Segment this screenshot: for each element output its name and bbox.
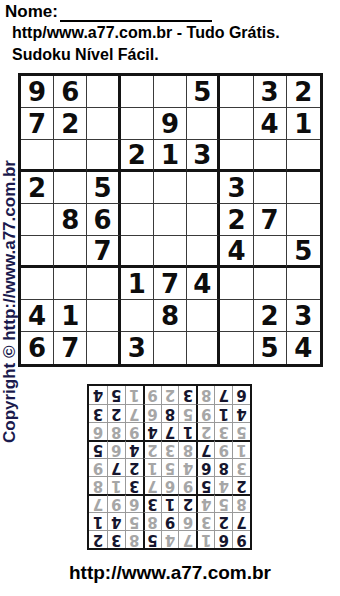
puzzle-cell-r3c9[interactable]: [287, 140, 320, 172]
puzzle-cell-r9c5[interactable]: [154, 332, 187, 364]
solution-cell-r9c1: 6: [232, 386, 250, 404]
puzzle-cell-r3c7[interactable]: [220, 140, 253, 172]
solution-cell-r3c6: 3: [143, 494, 161, 512]
solution-cell-r6c7: 4: [125, 440, 143, 458]
solution-cell-r9c7: 1: [125, 386, 143, 404]
puzzle-cell-r1c8[interactable]: 3: [254, 76, 287, 108]
puzzle-title: Sudoku Nível Fácil.: [12, 46, 159, 64]
puzzle-cell-r9c3[interactable]: [87, 332, 120, 364]
puzzle-cell-r2c3[interactable]: [87, 108, 120, 140]
solution-cell-r6c2: 9: [214, 440, 232, 458]
puzzle-cell-r9c1[interactable]: 6: [21, 332, 54, 364]
puzzle-cell-r9c2[interactable]: 7: [54, 332, 87, 364]
solution-cell-r7c8: 8: [107, 422, 125, 440]
solution-cell-r4c3: 5: [196, 476, 214, 494]
solution-cell-r4c5: 6: [161, 476, 179, 494]
solution-cell-r8c6: 6: [143, 404, 161, 422]
solution-cell-r6c4: 8: [178, 440, 196, 458]
solution-cell-r1c7: 8: [125, 530, 143, 548]
solution-cell-r6c6: 2: [143, 440, 161, 458]
solution-cell-r2c3: 3: [196, 512, 214, 530]
solution-cell-r4c6: 7: [143, 476, 161, 494]
solution-cell-r9c9: 4: [89, 386, 107, 404]
solution-cell-r5c1: 3: [232, 458, 250, 476]
puzzle-cell-r5c9[interactable]: [287, 204, 320, 236]
puzzle-cell-r5c5[interactable]: [154, 204, 187, 236]
solution-cell-r3c3: 4: [196, 494, 214, 512]
puzzle-cell-r8c7[interactable]: [220, 300, 253, 332]
puzzle-cell-r4c6[interactable]: [187, 172, 220, 204]
puzzle-cell-r7c8[interactable]: [254, 268, 287, 300]
puzzle-cell-r5c3[interactable]: 6: [87, 204, 120, 236]
puzzle-cell-r1c2[interactable]: 6: [54, 76, 87, 108]
puzzle-cell-r1c6[interactable]: 5: [187, 76, 220, 108]
puzzle-cell-r4c4[interactable]: [121, 172, 154, 204]
puzzle-cell-r8c4[interactable]: [121, 300, 154, 332]
puzzle-cell-r5c4[interactable]: [121, 204, 154, 236]
puzzle-cell-r8c6[interactable]: [187, 300, 220, 332]
solution-cell-r6c5: 3: [161, 440, 179, 458]
puzzle-cell-r1c5[interactable]: [154, 76, 187, 108]
puzzle-cell-r5c8[interactable]: 7: [254, 204, 287, 236]
solution-cell-r5c5: 5: [161, 458, 179, 476]
name-row: Nome:: [5, 2, 212, 22]
puzzle-cell-r2c5[interactable]: 9: [154, 108, 187, 140]
copyright-vertical-text: Copyright © http://www.a77.com.br: [1, 160, 19, 443]
puzzle-cell-r4c1[interactable]: 2: [21, 172, 54, 204]
solution-cell-r9c2: 7: [214, 386, 232, 404]
puzzle-cell-r7c5[interactable]: 7: [154, 268, 187, 300]
puzzle-cell-r3c6[interactable]: 3: [187, 140, 220, 172]
puzzle-cell-r3c3[interactable]: [87, 140, 120, 172]
solution-cell-r4c4: 9: [178, 476, 196, 494]
solution-cell-r3c5: 1: [161, 494, 179, 512]
solution-cell-r2c9: 1: [89, 512, 107, 530]
puzzle-cell-r3c8[interactable]: [254, 140, 287, 172]
solution-cell-r8c3: 9: [196, 404, 214, 422]
solution-cell-r8c8: 2: [107, 404, 125, 422]
puzzle-cell-r1c3[interactable]: [87, 76, 120, 108]
puzzle-cell-r9c9[interactable]: 4: [287, 332, 320, 364]
solution-cell-r8c5: 8: [161, 404, 179, 422]
puzzle-cell-r7c1[interactable]: [21, 268, 54, 300]
solution-cell-r3c9: 7: [89, 494, 107, 512]
solution-cell-r3c2: 5: [214, 494, 232, 512]
puzzle-cell-r2c9[interactable]: 1: [287, 108, 320, 140]
puzzle-cell-r6c4[interactable]: [121, 236, 154, 268]
solution-cell-r5c6: 1: [143, 458, 161, 476]
puzzle-cell-r6c3[interactable]: 7: [87, 236, 120, 268]
solution-cell-r1c1: 9: [232, 530, 250, 548]
puzzle-cell-r9c6[interactable]: [187, 332, 220, 364]
puzzle-cell-r3c4[interactable]: 2: [121, 140, 154, 172]
puzzle-cell-r7c6[interactable]: 4: [187, 268, 220, 300]
puzzle-cell-r2c7[interactable]: [220, 108, 253, 140]
solution-cell-r5c2: 8: [214, 458, 232, 476]
solution-cell-r8c4: 5: [178, 404, 196, 422]
solution-cell-r4c9: 8: [89, 476, 107, 494]
solution-cell-r7c1: 5: [232, 422, 250, 440]
puzzle-cell-r4c7[interactable]: 3: [220, 172, 253, 204]
solution-cell-r1c6: 5: [143, 530, 161, 548]
solution-cell-r9c4: 3: [178, 386, 196, 404]
solution-cell-r5c9: 9: [89, 458, 107, 476]
puzzle-cell-r9c8[interactable]: 5: [254, 332, 287, 364]
main-sudoku-grid: 965327294121325386277451744182367354: [18, 73, 323, 367]
solution-cell-r2c2: 2: [214, 512, 232, 530]
solution-cell-r2c5: 9: [161, 512, 179, 530]
puzzle-cell-r7c9[interactable]: [287, 268, 320, 300]
puzzle-cell-r8c9[interactable]: 3: [287, 300, 320, 332]
puzzle-cell-r6c1[interactable]: [21, 236, 54, 268]
solution-cell-r7c2: 3: [214, 422, 232, 440]
puzzle-cell-r8c8[interactable]: 2: [254, 300, 287, 332]
solution-cell-r8c1: 4: [232, 404, 250, 422]
puzzle-cell-r7c7[interactable]: [220, 268, 253, 300]
solution-cell-r4c8: 1: [107, 476, 125, 494]
solution-cell-r9c8: 5: [107, 386, 125, 404]
solution-cell-r2c4: 6: [178, 512, 196, 530]
solution-cell-r2c6: 8: [143, 512, 161, 530]
solution-cell-r8c2: 1: [214, 404, 232, 422]
puzzle-cell-r5c2[interactable]: 8: [54, 204, 87, 236]
solution-cell-r4c7: 3: [125, 476, 143, 494]
solution-cell-r8c7: 7: [125, 404, 143, 422]
solution-cell-r1c3: 1: [196, 530, 214, 548]
solution-cell-r9c6: 9: [143, 386, 161, 404]
puzzle-cell-r4c5[interactable]: [154, 172, 187, 204]
solution-cell-r1c9: 2: [89, 530, 107, 548]
solution-cell-r7c9: 6: [89, 422, 107, 440]
solution-cell-r9c5: 2: [161, 386, 179, 404]
puzzle-cell-r8c3[interactable]: [87, 300, 120, 332]
puzzle-cell-r6c6[interactable]: [187, 236, 220, 268]
site-title: http/www.a77.com.br - Tudo Grátis.: [12, 24, 280, 42]
solution-cell-r6c1: 1: [232, 440, 250, 458]
solution-cell-r1c4: 7: [178, 530, 196, 548]
puzzle-cell-r2c4[interactable]: [121, 108, 154, 140]
puzzle-cell-r4c8[interactable]: [254, 172, 287, 204]
solution-cell-r1c8: 3: [107, 530, 125, 548]
solution-cell-r1c5: 4: [161, 530, 179, 548]
puzzle-cell-r6c7[interactable]: 4: [220, 236, 253, 268]
puzzle-cell-r5c1[interactable]: [21, 204, 54, 236]
solution-cell-r3c7: 6: [125, 494, 143, 512]
puzzle-cell-r4c9[interactable]: [287, 172, 320, 204]
puzzle-cell-r7c3[interactable]: [87, 268, 120, 300]
puzzle-cell-r9c4[interactable]: 3: [121, 332, 154, 364]
name-label: Nome:: [5, 2, 58, 22]
solution-cell-r1c2: 6: [214, 530, 232, 548]
solution-cell-r3c1: 8: [232, 494, 250, 512]
solution-cell-r5c7: 2: [125, 458, 143, 476]
puzzle-cell-r8c1[interactable]: 4: [21, 300, 54, 332]
footer-url: http://www.a77.com.br: [0, 562, 340, 584]
solution-cell-r7c5: 7: [161, 422, 179, 440]
puzzle-cell-r1c7[interactable]: [220, 76, 253, 108]
puzzle-cell-r2c8[interactable]: 4: [254, 108, 287, 140]
puzzle-cell-r8c2[interactable]: 1: [54, 300, 87, 332]
puzzle-cell-r7c2[interactable]: [54, 268, 87, 300]
puzzle-cell-r8c5[interactable]: 8: [154, 300, 187, 332]
puzzle-cell-r6c2[interactable]: [54, 236, 87, 268]
solution-cell-r2c8: 4: [107, 512, 125, 530]
solution-cell-r2c7: 5: [125, 512, 143, 530]
puzzle-cell-r3c2[interactable]: [54, 140, 87, 172]
solution-cell-r5c4: 4: [178, 458, 196, 476]
solution-cell-r9c3: 8: [196, 386, 214, 404]
puzzle-cell-r6c9[interactable]: 5: [287, 236, 320, 268]
solution-cell-r8c9: 3: [89, 404, 107, 422]
puzzle-cell-r3c1[interactable]: [21, 140, 54, 172]
puzzle-cell-r5c6[interactable]: [187, 204, 220, 236]
solution-cell-r3c8: 9: [107, 494, 125, 512]
puzzle-cell-r1c9[interactable]: 2: [287, 76, 320, 108]
solution-cell-r5c3: 6: [196, 458, 214, 476]
name-input-line[interactable]: [60, 4, 212, 22]
puzzle-cell-r6c5[interactable]: [154, 236, 187, 268]
solution-cell-r7c3: 2: [196, 422, 214, 440]
solution-cell-r2c1: 7: [232, 512, 250, 530]
puzzle-cell-r6c8[interactable]: [254, 236, 287, 268]
solution-cell-r3c4: 2: [178, 494, 196, 512]
puzzle-cell-r1c1[interactable]: 9: [21, 76, 54, 108]
puzzle-cell-r4c2[interactable]: [54, 172, 87, 204]
puzzle-cell-r1c4[interactable]: [121, 76, 154, 108]
solution-cell-r6c8: 6: [107, 440, 125, 458]
puzzle-cell-r2c1[interactable]: 7: [21, 108, 54, 140]
solution-cell-r6c9: 5: [89, 440, 107, 458]
solution-cell-r7c4: 1: [178, 422, 196, 440]
puzzle-cell-r5c7[interactable]: 2: [220, 204, 253, 236]
puzzle-cell-r4c3[interactable]: 5: [87, 172, 120, 204]
puzzle-cell-r2c2[interactable]: 2: [54, 108, 87, 140]
solution-cell-r6c3: 7: [196, 440, 214, 458]
puzzle-cell-r9c7[interactable]: [220, 332, 253, 364]
solution-cell-r7c6: 4: [143, 422, 161, 440]
solution-cell-r7c7: 9: [125, 422, 143, 440]
solution-cell-r5c8: 7: [107, 458, 125, 476]
solution-sudoku-grid-rotated: 9617458327236985418542136972459673183864…: [87, 384, 252, 550]
puzzle-cell-r7c4[interactable]: 1: [121, 268, 154, 300]
solution-cell-r4c2: 4: [214, 476, 232, 494]
puzzle-cell-r3c5[interactable]: 1: [154, 140, 187, 172]
puzzle-cell-r2c6[interactable]: [187, 108, 220, 140]
solution-cell-r4c1: 2: [232, 476, 250, 494]
